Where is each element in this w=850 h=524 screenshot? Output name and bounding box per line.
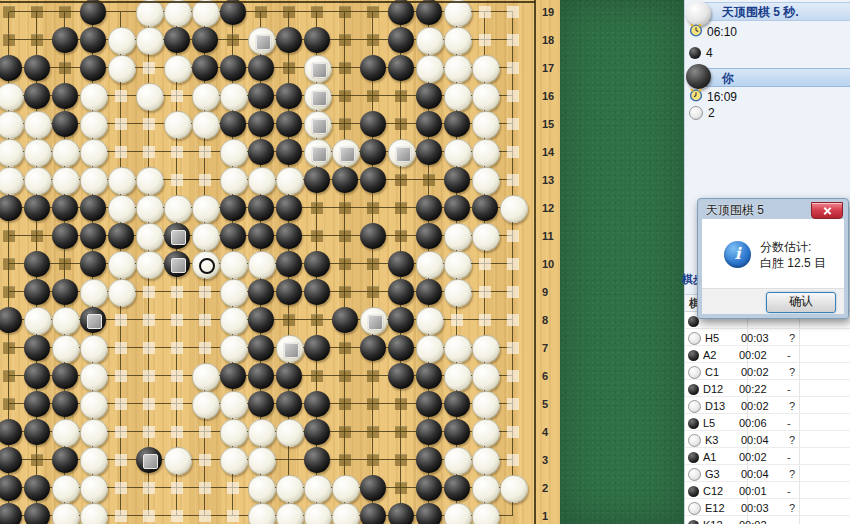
board-point[interactable] (163, 446, 191, 474)
board-point[interactable] (443, 110, 471, 138)
board-point[interactable] (247, 166, 275, 194)
board-point[interactable] (359, 334, 387, 362)
board-point[interactable] (191, 0, 219, 26)
board-point[interactable] (247, 250, 275, 278)
board-point[interactable] (443, 82, 471, 110)
board-point[interactable] (275, 222, 303, 250)
board-point[interactable] (23, 502, 51, 524)
board-point[interactable] (79, 110, 107, 138)
board-point[interactable] (191, 390, 219, 418)
board-point[interactable] (247, 222, 275, 250)
board-point[interactable] (471, 250, 499, 278)
board-point[interactable] (331, 82, 359, 110)
board-point[interactable] (219, 0, 247, 26)
board-point[interactable] (51, 54, 79, 82)
board-point[interactable] (51, 418, 79, 446)
board-point[interactable] (331, 222, 359, 250)
board-point[interactable] (415, 278, 443, 306)
board-point[interactable] (79, 390, 107, 418)
board-point[interactable] (135, 194, 163, 222)
board-point[interactable] (275, 26, 303, 54)
board-point[interactable] (0, 26, 23, 54)
board-point[interactable] (163, 138, 191, 166)
board-point[interactable] (163, 418, 191, 446)
board-point[interactable] (191, 502, 219, 524)
board-point[interactable] (387, 54, 415, 82)
board-point[interactable] (359, 278, 387, 306)
board-point[interactable] (135, 166, 163, 194)
board-point[interactable] (359, 306, 387, 334)
board-point[interactable] (163, 26, 191, 54)
board-point[interactable] (443, 0, 471, 26)
board-point[interactable] (79, 138, 107, 166)
board-point[interactable] (387, 82, 415, 110)
board-point[interactable] (107, 306, 135, 334)
board-point[interactable] (275, 418, 303, 446)
board-point[interactable] (79, 334, 107, 362)
board-point[interactable] (415, 54, 443, 82)
board-point[interactable] (415, 474, 443, 502)
board-point[interactable] (219, 166, 247, 194)
close-button[interactable] (811, 202, 843, 219)
board-point[interactable] (443, 502, 471, 524)
board-point[interactable] (359, 54, 387, 82)
board-point[interactable] (359, 222, 387, 250)
board-point[interactable] (163, 306, 191, 334)
board-point[interactable] (191, 26, 219, 54)
board-point[interactable] (107, 138, 135, 166)
board-point[interactable] (415, 334, 443, 362)
move-row[interactable]: A200:02- (685, 346, 850, 363)
board-point[interactable] (0, 278, 23, 306)
board-point[interactable] (331, 138, 359, 166)
board-point[interactable] (359, 474, 387, 502)
board-point[interactable] (471, 362, 499, 390)
board-point[interactable] (247, 418, 275, 446)
board-point[interactable] (191, 446, 219, 474)
board-point[interactable] (23, 446, 51, 474)
board-point[interactable] (303, 222, 331, 250)
board-point[interactable] (443, 250, 471, 278)
board-point[interactable] (51, 0, 79, 26)
board-point[interactable] (275, 502, 303, 524)
board-point[interactable] (163, 54, 191, 82)
board-point[interactable] (247, 446, 275, 474)
board-point[interactable] (303, 306, 331, 334)
board-point[interactable] (135, 222, 163, 250)
board-point[interactable] (219, 194, 247, 222)
board-point[interactable] (219, 474, 247, 502)
board-point[interactable] (107, 222, 135, 250)
board-point[interactable] (0, 390, 23, 418)
board-point[interactable] (471, 278, 499, 306)
board-point[interactable] (247, 0, 275, 26)
board-point[interactable] (471, 82, 499, 110)
move-row[interactable]: D1200:22- (685, 380, 850, 397)
board-point[interactable] (135, 250, 163, 278)
board-point[interactable] (107, 26, 135, 54)
board-point[interactable] (303, 362, 331, 390)
board-point[interactable] (499, 390, 527, 418)
board-point[interactable] (443, 222, 471, 250)
board-point[interactable] (359, 138, 387, 166)
board-point[interactable] (471, 306, 499, 334)
board-point[interactable] (331, 446, 359, 474)
board-point[interactable] (415, 418, 443, 446)
board-point[interactable] (359, 250, 387, 278)
board-point[interactable] (471, 26, 499, 54)
move-row[interactable]: C1200:01- (685, 482, 850, 499)
board-point[interactable] (219, 306, 247, 334)
board-point[interactable] (0, 54, 23, 82)
board-point[interactable] (191, 334, 219, 362)
board-point[interactable] (107, 110, 135, 138)
board-point[interactable] (191, 138, 219, 166)
board-point[interactable] (443, 446, 471, 474)
board-point[interactable] (219, 390, 247, 418)
board-point[interactable] (163, 194, 191, 222)
board-point[interactable] (443, 138, 471, 166)
board-point[interactable] (51, 278, 79, 306)
board-point[interactable] (107, 250, 135, 278)
board-point[interactable] (247, 390, 275, 418)
board-point[interactable] (135, 362, 163, 390)
board-point[interactable] (415, 222, 443, 250)
board-point[interactable] (415, 82, 443, 110)
board-point[interactable] (135, 0, 163, 26)
board-point[interactable] (51, 26, 79, 54)
board-point[interactable] (107, 194, 135, 222)
board-point[interactable] (23, 138, 51, 166)
board-point[interactable] (23, 362, 51, 390)
board-point[interactable] (79, 0, 107, 26)
board-point[interactable] (331, 418, 359, 446)
board-point[interactable] (0, 194, 23, 222)
board-point[interactable] (387, 278, 415, 306)
board-point[interactable] (107, 446, 135, 474)
board-point[interactable] (275, 138, 303, 166)
board-point[interactable] (387, 446, 415, 474)
board-point[interactable] (415, 0, 443, 26)
board-point[interactable] (219, 54, 247, 82)
board-point[interactable] (135, 138, 163, 166)
board-point[interactable] (471, 418, 499, 446)
board-point[interactable] (135, 474, 163, 502)
board-point[interactable] (359, 166, 387, 194)
board-point[interactable] (135, 306, 163, 334)
board-point[interactable] (303, 334, 331, 362)
board-point[interactable] (51, 194, 79, 222)
board-point[interactable] (303, 390, 331, 418)
board-point[interactable] (163, 110, 191, 138)
board-point[interactable] (387, 0, 415, 26)
board-point[interactable] (219, 82, 247, 110)
board-point[interactable] (23, 110, 51, 138)
board-point[interactable] (387, 418, 415, 446)
board-point[interactable] (387, 194, 415, 222)
board-point[interactable] (471, 390, 499, 418)
board-point[interactable] (79, 26, 107, 54)
board-point[interactable] (303, 138, 331, 166)
board-point[interactable] (275, 278, 303, 306)
board-point[interactable] (135, 390, 163, 418)
board-point[interactable] (219, 446, 247, 474)
board-point[interactable] (331, 194, 359, 222)
board-point[interactable] (331, 362, 359, 390)
board-point[interactable] (23, 306, 51, 334)
board-point[interactable] (247, 26, 275, 54)
board-point[interactable] (23, 278, 51, 306)
board-point[interactable] (303, 474, 331, 502)
move-row[interactable]: K300:04? (685, 431, 850, 448)
board-point[interactable] (359, 446, 387, 474)
board-point[interactable] (163, 474, 191, 502)
board-point[interactable] (303, 166, 331, 194)
board-point[interactable] (331, 334, 359, 362)
board-point[interactable] (191, 110, 219, 138)
board-point[interactable] (0, 306, 23, 334)
board-point[interactable] (163, 362, 191, 390)
board-point[interactable] (191, 250, 219, 278)
board-point[interactable] (499, 306, 527, 334)
board-point[interactable] (443, 54, 471, 82)
board-point[interactable] (107, 474, 135, 502)
board-point[interactable] (471, 0, 499, 26)
board-point[interactable] (387, 362, 415, 390)
board-point[interactable] (275, 390, 303, 418)
board-point[interactable] (499, 194, 527, 222)
board-point[interactable] (51, 82, 79, 110)
board-point[interactable] (275, 0, 303, 26)
board-point[interactable] (359, 26, 387, 54)
board-point[interactable] (23, 250, 51, 278)
board-point[interactable] (499, 222, 527, 250)
board-point[interactable] (471, 446, 499, 474)
board-point[interactable] (387, 334, 415, 362)
board-point[interactable] (359, 502, 387, 524)
board-point[interactable] (415, 306, 443, 334)
board-point[interactable] (51, 222, 79, 250)
board-point[interactable] (443, 166, 471, 194)
board-point[interactable] (191, 418, 219, 446)
board-point[interactable] (443, 334, 471, 362)
board-point[interactable] (135, 502, 163, 524)
board-point[interactable] (107, 82, 135, 110)
board-point[interactable] (499, 110, 527, 138)
board-point[interactable] (499, 334, 527, 362)
board-point[interactable] (0, 82, 23, 110)
board-point[interactable] (191, 306, 219, 334)
board-point[interactable] (135, 82, 163, 110)
board-point[interactable] (135, 54, 163, 82)
board-point[interactable] (247, 334, 275, 362)
board-point[interactable] (163, 390, 191, 418)
board-point[interactable] (415, 138, 443, 166)
board-point[interactable] (275, 82, 303, 110)
board-point[interactable] (51, 446, 79, 474)
board-point[interactable] (163, 82, 191, 110)
board-point[interactable] (499, 82, 527, 110)
board-point[interactable] (499, 166, 527, 194)
board-point[interactable] (471, 222, 499, 250)
board-point[interactable] (0, 110, 23, 138)
board-point[interactable] (79, 362, 107, 390)
board-point[interactable] (359, 390, 387, 418)
board-point[interactable] (331, 110, 359, 138)
board-point[interactable] (387, 138, 415, 166)
board-point[interactable] (499, 474, 527, 502)
board-point[interactable] (303, 502, 331, 524)
board-point[interactable] (191, 194, 219, 222)
board-point[interactable] (107, 418, 135, 446)
board-point[interactable] (247, 306, 275, 334)
board-point[interactable] (303, 0, 331, 26)
board-point[interactable] (23, 82, 51, 110)
board-point[interactable] (23, 26, 51, 54)
board-point[interactable] (359, 418, 387, 446)
board-point[interactable] (331, 306, 359, 334)
board-point[interactable] (387, 474, 415, 502)
move-row[interactable]: C100:02? (685, 363, 850, 380)
board-point[interactable] (359, 82, 387, 110)
board-point[interactable] (471, 502, 499, 524)
board-point[interactable] (387, 110, 415, 138)
board-point[interactable] (247, 194, 275, 222)
board-point[interactable] (331, 54, 359, 82)
board-point[interactable] (331, 250, 359, 278)
board-point[interactable] (79, 502, 107, 524)
board-point[interactable] (79, 418, 107, 446)
board-point[interactable] (247, 362, 275, 390)
board-point[interactable] (303, 418, 331, 446)
board-point[interactable] (443, 278, 471, 306)
board-point[interactable] (415, 446, 443, 474)
move-row[interactable]: L500:06- (685, 414, 850, 431)
board-point[interactable] (107, 278, 135, 306)
board-point[interactable] (247, 82, 275, 110)
board-point[interactable] (415, 362, 443, 390)
board-point[interactable] (219, 138, 247, 166)
board-point[interactable] (499, 446, 527, 474)
board-point[interactable] (331, 166, 359, 194)
board-point[interactable] (23, 0, 51, 26)
board-point[interactable] (387, 222, 415, 250)
board-point[interactable] (163, 502, 191, 524)
board-point[interactable] (51, 502, 79, 524)
board-point[interactable] (443, 362, 471, 390)
move-row[interactable]: A100:02- (685, 448, 850, 465)
board-point[interactable] (471, 166, 499, 194)
board-point[interactable] (0, 250, 23, 278)
board-point[interactable] (387, 166, 415, 194)
board-point[interactable] (107, 166, 135, 194)
board-point[interactable] (135, 334, 163, 362)
board-point[interactable] (247, 110, 275, 138)
board-point[interactable] (163, 166, 191, 194)
board-point[interactable] (135, 446, 163, 474)
board-point[interactable] (0, 418, 23, 446)
board-point[interactable] (247, 138, 275, 166)
board-point[interactable] (443, 390, 471, 418)
board-point[interactable] (499, 138, 527, 166)
board-point[interactable] (79, 250, 107, 278)
board-point[interactable] (471, 474, 499, 502)
board-point[interactable] (443, 418, 471, 446)
board-point[interactable] (247, 474, 275, 502)
board-point[interactable] (387, 26, 415, 54)
board-point[interactable] (275, 166, 303, 194)
board-point[interactable] (303, 26, 331, 54)
board-point[interactable] (443, 306, 471, 334)
move-row[interactable]: H500:03? (685, 329, 850, 346)
board-point[interactable] (135, 418, 163, 446)
board-point[interactable] (247, 502, 275, 524)
board-point[interactable] (275, 250, 303, 278)
board-point[interactable] (275, 474, 303, 502)
board-point[interactable] (443, 194, 471, 222)
board-point[interactable] (331, 502, 359, 524)
board-point[interactable] (415, 110, 443, 138)
board-point[interactable] (163, 0, 191, 26)
board-point[interactable] (219, 278, 247, 306)
board-point[interactable] (163, 278, 191, 306)
board-point[interactable] (79, 278, 107, 306)
board-point[interactable] (303, 110, 331, 138)
board-point[interactable] (331, 278, 359, 306)
board-point[interactable] (107, 54, 135, 82)
board-point[interactable] (191, 474, 219, 502)
board-point[interactable] (107, 334, 135, 362)
board-point[interactable] (79, 222, 107, 250)
board-point[interactable] (107, 0, 135, 26)
board-point[interactable] (51, 334, 79, 362)
board-point[interactable] (51, 474, 79, 502)
board-point[interactable] (471, 110, 499, 138)
board-point[interactable] (331, 474, 359, 502)
board-point[interactable] (219, 222, 247, 250)
board-point[interactable] (0, 502, 23, 524)
board-point[interactable] (23, 222, 51, 250)
board-point[interactable] (0, 362, 23, 390)
board-point[interactable] (471, 138, 499, 166)
board-point[interactable] (275, 194, 303, 222)
board-point[interactable] (23, 474, 51, 502)
board-point[interactable] (191, 362, 219, 390)
board-point[interactable] (219, 110, 247, 138)
board-point[interactable] (415, 502, 443, 524)
board-point[interactable] (387, 390, 415, 418)
board-point[interactable] (443, 26, 471, 54)
board-point[interactable] (51, 166, 79, 194)
board-point[interactable] (79, 474, 107, 502)
board-point[interactable] (135, 110, 163, 138)
board-point[interactable] (415, 250, 443, 278)
board-point[interactable] (191, 278, 219, 306)
board-point[interactable] (499, 0, 527, 26)
board-point[interactable] (163, 250, 191, 278)
board-point[interactable] (443, 474, 471, 502)
board-point[interactable] (387, 250, 415, 278)
board-point[interactable] (51, 390, 79, 418)
board-point[interactable] (191, 54, 219, 82)
board-point[interactable] (219, 334, 247, 362)
board-point[interactable] (331, 390, 359, 418)
board-point[interactable] (499, 502, 527, 524)
board-point[interactable] (0, 222, 23, 250)
board-point[interactable] (275, 446, 303, 474)
board-point[interactable] (219, 418, 247, 446)
board-point[interactable] (23, 390, 51, 418)
